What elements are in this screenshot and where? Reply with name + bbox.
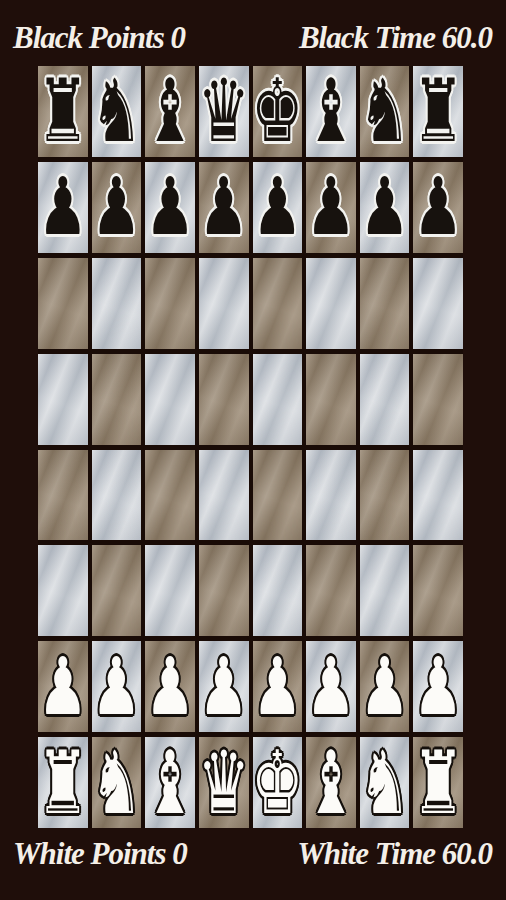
white-pawn: ♟ — [306, 647, 356, 727]
black-pawn: ♟ — [360, 168, 410, 248]
square-f3[interactable] — [306, 545, 356, 636]
white-knight: ♞ — [92, 739, 142, 826]
square-b1[interactable]: ♞ — [92, 737, 142, 828]
black-queen: ♛ — [199, 68, 249, 155]
square-g5[interactable] — [360, 354, 410, 445]
white-knight: ♞ — [360, 739, 410, 826]
white-queen: ♛ — [199, 739, 249, 826]
square-b7[interactable]: ♟ — [92, 162, 142, 253]
black-pawn: ♟ — [38, 168, 88, 248]
square-e4[interactable] — [253, 450, 303, 541]
square-e5[interactable] — [253, 354, 303, 445]
white-time-label: White Time 60.0 — [297, 836, 492, 872]
square-a3[interactable] — [38, 545, 88, 636]
square-b5[interactable] — [92, 354, 142, 445]
square-e3[interactable] — [253, 545, 303, 636]
square-d8[interactable]: ♛ — [199, 66, 249, 157]
white-bishop: ♝ — [306, 739, 356, 826]
square-g3[interactable] — [360, 545, 410, 636]
square-d6[interactable] — [199, 258, 249, 349]
square-c7[interactable]: ♟ — [145, 162, 195, 253]
black-time-label: Black Time 60.0 — [299, 20, 492, 56]
white-pawn: ♟ — [253, 647, 303, 727]
black-rook: ♜ — [38, 68, 88, 155]
square-h1[interactable]: ♜ — [413, 737, 463, 828]
white-king: ♚ — [253, 739, 303, 826]
square-c6[interactable] — [145, 258, 195, 349]
square-g2[interactable]: ♟ — [360, 641, 410, 732]
square-h5[interactable] — [413, 354, 463, 445]
black-rook: ♜ — [413, 68, 463, 155]
square-c4[interactable] — [145, 450, 195, 541]
black-knight: ♞ — [92, 68, 142, 155]
square-f6[interactable] — [306, 258, 356, 349]
square-b8[interactable]: ♞ — [92, 66, 142, 157]
square-a1[interactable]: ♜ — [38, 737, 88, 828]
black-knight: ♞ — [360, 68, 410, 155]
square-h3[interactable] — [413, 545, 463, 636]
white-pawn: ♟ — [92, 647, 142, 727]
square-g8[interactable]: ♞ — [360, 66, 410, 157]
square-c8[interactable]: ♝ — [145, 66, 195, 157]
black-king: ♚ — [253, 68, 303, 155]
square-d3[interactable] — [199, 545, 249, 636]
square-f8[interactable]: ♝ — [306, 66, 356, 157]
white-pawn: ♟ — [38, 647, 88, 727]
black-pawn: ♟ — [306, 168, 356, 248]
square-f1[interactable]: ♝ — [306, 737, 356, 828]
square-h4[interactable] — [413, 450, 463, 541]
square-g6[interactable] — [360, 258, 410, 349]
square-e2[interactable]: ♟ — [253, 641, 303, 732]
chess-board: ♜♞♝♛♚♝♞♜♟♟♟♟♟♟♟♟♟♟♟♟♟♟♟♟♜♞♝♛♚♝♞♜ — [38, 66, 463, 828]
white-bishop: ♝ — [145, 739, 195, 826]
square-e6[interactable] — [253, 258, 303, 349]
black-pawn: ♟ — [199, 168, 249, 248]
square-c5[interactable] — [145, 354, 195, 445]
square-d5[interactable] — [199, 354, 249, 445]
square-h8[interactable]: ♜ — [413, 66, 463, 157]
chess-game-screen: Black Points 0 Black Time 60.0 ♜♞♝♛♚♝♞♜♟… — [0, 0, 506, 900]
square-b3[interactable] — [92, 545, 142, 636]
square-d4[interactable] — [199, 450, 249, 541]
square-a8[interactable]: ♜ — [38, 66, 88, 157]
square-h2[interactable]: ♟ — [413, 641, 463, 732]
square-g7[interactable]: ♟ — [360, 162, 410, 253]
white-points-label: White Points 0 — [13, 836, 187, 872]
black-pawn: ♟ — [413, 168, 463, 248]
square-a4[interactable] — [38, 450, 88, 541]
square-d2[interactable]: ♟ — [199, 641, 249, 732]
square-a2[interactable]: ♟ — [38, 641, 88, 732]
square-h6[interactable] — [413, 258, 463, 349]
square-b6[interactable] — [92, 258, 142, 349]
square-a6[interactable] — [38, 258, 88, 349]
square-a5[interactable] — [38, 354, 88, 445]
square-a7[interactable]: ♟ — [38, 162, 88, 253]
white-rook: ♜ — [413, 739, 463, 826]
square-c2[interactable]: ♟ — [145, 641, 195, 732]
black-pawn: ♟ — [92, 168, 142, 248]
square-f4[interactable] — [306, 450, 356, 541]
white-pawn: ♟ — [199, 647, 249, 727]
square-f7[interactable]: ♟ — [306, 162, 356, 253]
square-h7[interactable]: ♟ — [413, 162, 463, 253]
square-b2[interactable]: ♟ — [92, 641, 142, 732]
square-e1[interactable]: ♚ — [253, 737, 303, 828]
square-e7[interactable]: ♟ — [253, 162, 303, 253]
white-rook: ♜ — [38, 739, 88, 826]
square-c1[interactable]: ♝ — [145, 737, 195, 828]
square-f2[interactable]: ♟ — [306, 641, 356, 732]
square-g1[interactable]: ♞ — [360, 737, 410, 828]
square-g4[interactable] — [360, 450, 410, 541]
black-bishop: ♝ — [145, 68, 195, 155]
white-pawn: ♟ — [413, 647, 463, 727]
black-points-label: Black Points 0 — [13, 20, 185, 56]
black-bishop: ♝ — [306, 68, 356, 155]
square-c3[interactable] — [145, 545, 195, 636]
black-pawn: ♟ — [253, 168, 303, 248]
black-pawn: ♟ — [145, 168, 195, 248]
white-pawn: ♟ — [145, 647, 195, 727]
square-b4[interactable] — [92, 450, 142, 541]
square-d7[interactable]: ♟ — [199, 162, 249, 253]
square-e8[interactable]: ♚ — [253, 66, 303, 157]
square-f5[interactable] — [306, 354, 356, 445]
square-d1[interactable]: ♛ — [199, 737, 249, 828]
white-pawn: ♟ — [360, 647, 410, 727]
